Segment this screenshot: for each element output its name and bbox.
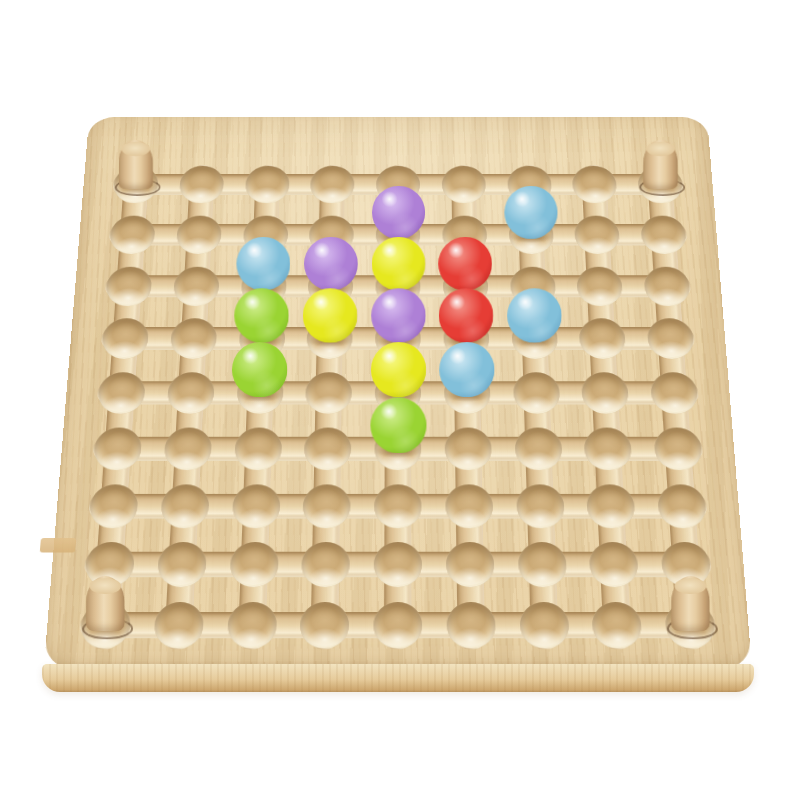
dimple-r1c8[interactable] bbox=[572, 166, 618, 203]
dimple-r4c9[interactable] bbox=[647, 319, 695, 359]
dimple-r1c6[interactable] bbox=[441, 166, 485, 203]
game-board bbox=[44, 117, 752, 668]
dimple-r9c3[interactable] bbox=[226, 602, 276, 649]
dimple-r9c2[interactable] bbox=[153, 602, 204, 649]
dimple-r1c3[interactable] bbox=[244, 166, 289, 203]
dimple-r8c7[interactable] bbox=[517, 542, 567, 587]
dimple-r9c7[interactable] bbox=[519, 602, 569, 649]
dimple-r4c1[interactable] bbox=[101, 319, 149, 359]
dimple-r8c8[interactable] bbox=[589, 542, 639, 587]
corner-peg-r1c9 bbox=[643, 140, 677, 190]
dimple-r8c2[interactable] bbox=[157, 542, 208, 587]
ball-yellow-r5c5[interactable] bbox=[370, 342, 425, 397]
dimple-r4c8[interactable] bbox=[579, 319, 627, 359]
dimple-r2c1[interactable] bbox=[109, 215, 156, 253]
corner-peg-r9c9 bbox=[671, 576, 709, 631]
ball-green-r5c3[interactable] bbox=[232, 342, 287, 397]
dimple-r8c4[interactable] bbox=[301, 542, 350, 587]
dimple-r8c3[interactable] bbox=[229, 542, 279, 587]
dimple-r1c2[interactable] bbox=[179, 166, 225, 203]
board-front-edge bbox=[42, 664, 754, 692]
dimple-r8c5[interactable] bbox=[374, 542, 422, 587]
wood-patch bbox=[40, 538, 77, 553]
product-photo-background bbox=[0, 0, 800, 800]
dimple-r9c8[interactable] bbox=[592, 602, 643, 649]
dimple-r1c4[interactable] bbox=[310, 166, 354, 203]
dimple-r9c5[interactable] bbox=[373, 602, 422, 649]
ball-blue-r5c6[interactable] bbox=[439, 342, 494, 397]
dimple-r2c2[interactable] bbox=[176, 215, 222, 253]
dimple-r4c2[interactable] bbox=[170, 319, 218, 359]
dimple-r2c8[interactable] bbox=[574, 215, 620, 253]
corner-peg-r9c1 bbox=[86, 576, 124, 631]
corner-peg-r1c1 bbox=[119, 140, 153, 190]
dimple-r9c6[interactable] bbox=[446, 602, 496, 649]
dimple-r2c9[interactable] bbox=[640, 215, 687, 253]
ball-green-r6c5[interactable] bbox=[370, 397, 426, 453]
dimple-r8c6[interactable] bbox=[446, 542, 495, 587]
dimple-r9c4[interactable] bbox=[300, 602, 350, 649]
